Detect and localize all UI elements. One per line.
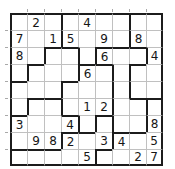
cell-r3c9-given-4[interactable]: 4 [146, 47, 163, 64]
cell-r2c7-empty[interactable] [112, 30, 129, 47]
cell-r8c4-given-2[interactable]: 2 [61, 132, 78, 149]
cell-r7c5-empty[interactable] [78, 115, 95, 132]
cell-r4c8-empty[interactable] [129, 64, 146, 81]
cell-r2c2-empty[interactable] [27, 30, 44, 47]
cell-r5c2-empty[interactable] [27, 81, 44, 98]
cell-r9c6-empty[interactable] [95, 149, 112, 166]
cell-r7c1-given-3[interactable]: 3 [10, 115, 27, 132]
cell-r2c8-given-8[interactable]: 8 [129, 30, 146, 47]
cell-r3c1-given-8[interactable]: 8 [10, 47, 27, 64]
cell-r3c4-empty[interactable] [61, 47, 78, 64]
tick-top-4 [78, 9, 79, 12]
cell-r1c7-empty[interactable] [112, 13, 129, 30]
cell-r1c4-empty[interactable] [61, 13, 78, 30]
cell-r5c4-empty[interactable] [61, 81, 78, 98]
cell-r2c1-given-7[interactable]: 7 [10, 30, 27, 47]
tick-top-3 [61, 9, 62, 12]
cell-r5c7-empty[interactable] [112, 81, 129, 98]
cell-r8c9-given-5[interactable]: 5 [146, 132, 163, 149]
cell-r7c7-empty[interactable] [112, 115, 129, 132]
cell-r6c6-given-2[interactable]: 2 [95, 98, 112, 115]
tick-left-6 [5, 115, 8, 116]
tick-top-8 [146, 9, 147, 12]
cell-r8c3-given-8[interactable]: 8 [44, 132, 61, 149]
cell-r6c1-empty[interactable] [10, 98, 27, 115]
cell-r4c7-empty[interactable] [112, 64, 129, 81]
cell-r5c8-empty[interactable] [129, 81, 146, 98]
cell-r7c4-given-4[interactable]: 4 [61, 115, 78, 132]
cell-r3c3-empty[interactable] [44, 47, 61, 64]
cell-r4c4-empty[interactable] [61, 64, 78, 81]
tick-left-5 [5, 98, 8, 99]
jigsaw-sudoku-screenshot: 2471598864612348982345527 [0, 0, 175, 169]
cell-r6c4-empty[interactable] [61, 98, 78, 115]
cell-r3c8-empty[interactable] [129, 47, 146, 64]
cell-r9c7-empty[interactable] [112, 149, 129, 166]
cell-r9c5-given-5[interactable]: 5 [78, 149, 95, 166]
cell-r3c2-empty[interactable] [27, 47, 44, 64]
cell-r9c8-given-2[interactable]: 2 [129, 149, 146, 166]
cell-r8c6-given-3[interactable]: 3 [95, 132, 112, 149]
cell-r4c5-given-6[interactable]: 6 [78, 64, 95, 81]
cell-r5c6-empty[interactable] [95, 81, 112, 98]
cell-r8c1-empty[interactable] [10, 132, 27, 149]
cell-r7c9-given-8[interactable]: 8 [146, 115, 163, 132]
cell-r4c9-empty[interactable] [146, 64, 163, 81]
cell-r5c5-empty[interactable] [78, 81, 95, 98]
cell-r7c6-empty[interactable] [95, 115, 112, 132]
cell-r2c3-given-1[interactable]: 1 [44, 30, 61, 47]
cell-r9c9-given-7[interactable]: 7 [146, 149, 163, 166]
tick-left-2 [5, 47, 8, 48]
cell-r6c9-empty[interactable] [146, 98, 163, 115]
cell-r1c5-given-4[interactable]: 4 [78, 13, 95, 30]
cell-r3c7-empty[interactable] [112, 47, 129, 64]
tick-left-1 [5, 30, 8, 31]
cell-r2c6-given-9[interactable]: 9 [95, 30, 112, 47]
cell-r1c9-empty[interactable] [146, 13, 163, 30]
cell-r7c3-empty[interactable] [44, 115, 61, 132]
tick-left-3 [5, 64, 8, 65]
cell-r9c2-empty[interactable] [27, 149, 44, 166]
cell-r3c5-empty[interactable] [78, 47, 95, 64]
tick-top-5 [95, 9, 96, 12]
cell-r1c3-empty[interactable] [44, 13, 61, 30]
cell-r4c1-empty[interactable] [10, 64, 27, 81]
tick-top-6 [112, 9, 113, 12]
cell-r9c1-empty[interactable] [10, 149, 27, 166]
cell-r7c2-empty[interactable] [27, 115, 44, 132]
cell-r6c2-empty[interactable] [27, 98, 44, 115]
tick-top-2 [44, 9, 45, 12]
cell-r9c4-empty[interactable] [61, 149, 78, 166]
cell-r6c8-empty[interactable] [129, 98, 146, 115]
cell-r5c9-empty[interactable] [146, 81, 163, 98]
tick-left-8 [5, 149, 8, 150]
cell-r1c6-empty[interactable] [95, 13, 112, 30]
cell-r1c1-empty[interactable] [10, 13, 27, 30]
sudoku-board: 2471598864612348982345527 [10, 13, 163, 166]
cell-r2c5-empty[interactable] [78, 30, 95, 47]
cell-r5c1-empty[interactable] [10, 81, 27, 98]
tick-top-7 [129, 9, 130, 12]
cell-r3c6-given-6[interactable]: 6 [95, 47, 112, 64]
cell-r6c7-empty[interactable] [112, 98, 129, 115]
cell-r8c7-given-4[interactable]: 4 [112, 132, 129, 149]
cell-r8c2-given-9[interactable]: 9 [27, 132, 44, 149]
cell-r9c3-empty[interactable] [44, 149, 61, 166]
cell-r2c9-empty[interactable] [146, 30, 163, 47]
cell-r5c3-empty[interactable] [44, 81, 61, 98]
cell-r1c8-empty[interactable] [129, 13, 146, 30]
cell-r6c5-given-1[interactable]: 1 [78, 98, 95, 115]
tick-top-1 [27, 9, 28, 12]
cell-r4c3-empty[interactable] [44, 64, 61, 81]
cell-r8c8-empty[interactable] [129, 132, 146, 149]
cell-r2c4-given-5[interactable]: 5 [61, 30, 78, 47]
cell-r8c5-empty[interactable] [78, 132, 95, 149]
tick-left-7 [5, 132, 8, 133]
cell-r1c2-given-2[interactable]: 2 [27, 13, 44, 30]
cell-r4c2-empty[interactable] [27, 64, 44, 81]
cell-r7c8-empty[interactable] [129, 115, 146, 132]
tick-left-4 [5, 81, 8, 82]
cell-r4c6-empty[interactable] [95, 64, 112, 81]
cell-r6c3-empty[interactable] [44, 98, 61, 115]
